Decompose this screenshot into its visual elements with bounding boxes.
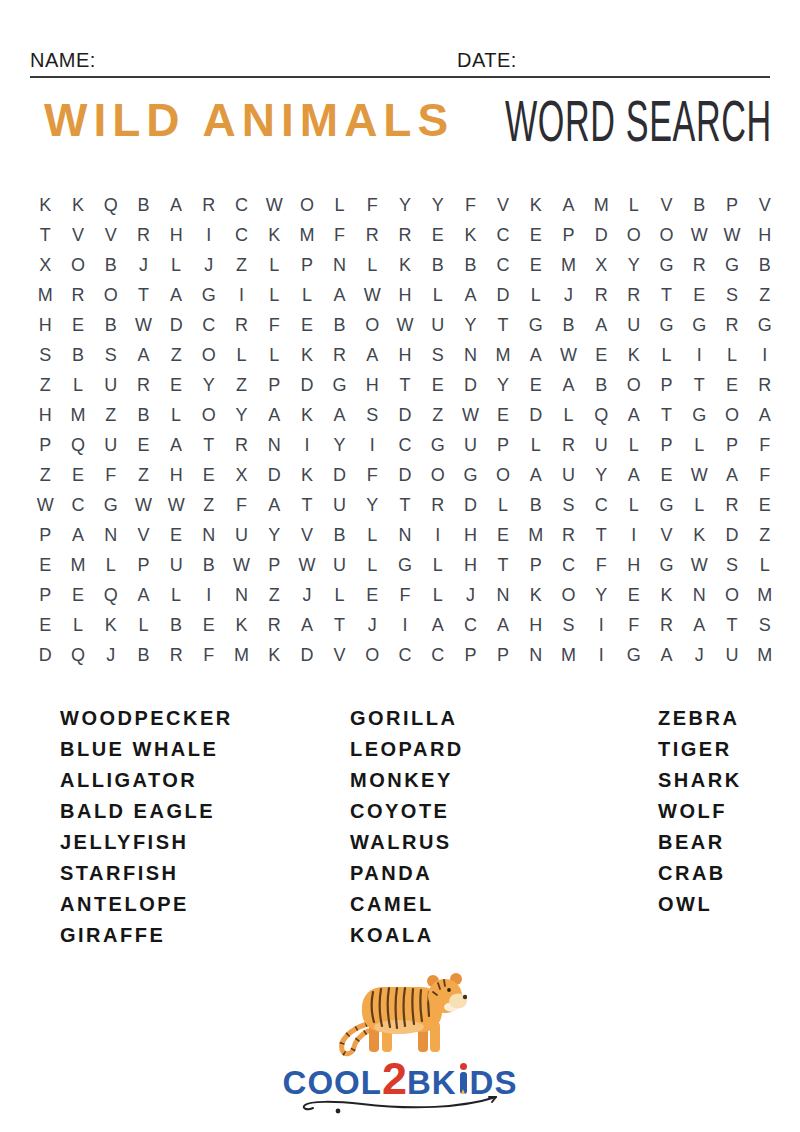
grid-cell-r3c6: J bbox=[192, 250, 225, 280]
grid-cell-r1c5: A bbox=[160, 190, 193, 220]
grid-cell-r15c1: E bbox=[29, 610, 62, 640]
grid-cell-r2c21: W bbox=[683, 220, 716, 250]
grid-cell-r16c15: P bbox=[487, 640, 520, 670]
grid-cell-r7c7: Z bbox=[225, 370, 258, 400]
grid-cell-r7c12: T bbox=[389, 370, 422, 400]
grid-cell-r15c9: A bbox=[291, 610, 324, 640]
word-list-item: BALD EAGLE bbox=[60, 796, 233, 827]
grid-cell-r13c10: U bbox=[323, 550, 356, 580]
grid-cell-r9c21: L bbox=[683, 430, 716, 460]
worksheet-page: NAME: DATE: WILD ANIMALS WORD SEARCH KKQ… bbox=[0, 0, 800, 1132]
grid-cell-r7c21: T bbox=[683, 370, 716, 400]
word-search-grid: KKQBARCWOLFYYFVKAMLVBPVTVVRHICKMFRREKCEP… bbox=[29, 190, 781, 670]
grid-cell-r6c18: E bbox=[585, 340, 618, 370]
grid-cell-r11c14: D bbox=[454, 490, 487, 520]
grid-cell-r4c8: L bbox=[258, 280, 291, 310]
tiger-illustration bbox=[333, 966, 467, 1062]
grid-cell-r6c3: S bbox=[94, 340, 127, 370]
grid-cell-r4c9: L bbox=[291, 280, 324, 310]
word-list-item: CRAB bbox=[658, 858, 742, 889]
grid-cell-r12c4: V bbox=[127, 520, 160, 550]
grid-cell-r7c4: R bbox=[127, 370, 160, 400]
grid-cell-r14c1: P bbox=[29, 580, 62, 610]
word-list-item: PANDA bbox=[350, 858, 464, 889]
grid-cell-r13c6: B bbox=[192, 550, 225, 580]
grid-cell-r10c18: Y bbox=[585, 460, 618, 490]
grid-cell-r10c15: O bbox=[487, 460, 520, 490]
grid-cell-r8c12: D bbox=[389, 400, 422, 430]
grid-cell-r7c3: U bbox=[94, 370, 127, 400]
grid-cell-r8c7: Y bbox=[225, 400, 258, 430]
grid-cell-r5c5: D bbox=[160, 310, 193, 340]
grid-cell-r11c18: C bbox=[585, 490, 618, 520]
grid-cell-r5c4: W bbox=[127, 310, 160, 340]
grid-cell-r12c7: U bbox=[225, 520, 258, 550]
grid-cell-r5c14: Y bbox=[454, 310, 487, 340]
grid-cell-r4c7: I bbox=[225, 280, 258, 310]
grid-cell-r2c7: C bbox=[225, 220, 258, 250]
grid-cell-r11c3: G bbox=[94, 490, 127, 520]
grid-cell-r10c17: U bbox=[552, 460, 585, 490]
grid-cell-r7c11: H bbox=[356, 370, 389, 400]
grid-cell-r7c14: D bbox=[454, 370, 487, 400]
grid-cell-r8c21: G bbox=[683, 400, 716, 430]
grid-cell-r6c12: H bbox=[389, 340, 422, 370]
grid-cell-r13c3: L bbox=[94, 550, 127, 580]
grid-cell-r5c18: A bbox=[585, 310, 618, 340]
grid-cell-r7c22: E bbox=[716, 370, 749, 400]
grid-cell-r5c23: G bbox=[748, 310, 781, 340]
grid-cell-r3c13: B bbox=[421, 250, 454, 280]
grid-cell-r7c18: B bbox=[585, 370, 618, 400]
grid-cell-r2c1: T bbox=[29, 220, 62, 250]
grid-cell-r13c21: W bbox=[683, 550, 716, 580]
grid-cell-r14c23: M bbox=[748, 580, 781, 610]
grid-cell-r3c15: C bbox=[487, 250, 520, 280]
grid-cell-r8c1: H bbox=[29, 400, 62, 430]
grid-cell-r11c10: U bbox=[323, 490, 356, 520]
grid-cell-r6c6: O bbox=[192, 340, 225, 370]
grid-cell-r9c23: F bbox=[748, 430, 781, 460]
grid-cell-r11c1: W bbox=[29, 490, 62, 520]
grid-cell-r2c19: O bbox=[618, 220, 651, 250]
grid-cell-r5c19: U bbox=[618, 310, 651, 340]
word-list-item: BLUE WHALE bbox=[60, 734, 233, 765]
grid-cell-r4c18: R bbox=[585, 280, 618, 310]
grid-cell-r1c14: F bbox=[454, 190, 487, 220]
grid-cell-r6c7: L bbox=[225, 340, 258, 370]
grid-cell-r10c12: D bbox=[389, 460, 422, 490]
grid-cell-r13c17: C bbox=[552, 550, 585, 580]
grid-cell-r6c8: L bbox=[258, 340, 291, 370]
grid-cell-r2c4: R bbox=[127, 220, 160, 250]
grid-cell-r11c12: T bbox=[389, 490, 422, 520]
grid-cell-r12c22: D bbox=[716, 520, 749, 550]
grid-cell-r7c9: D bbox=[291, 370, 324, 400]
grid-cell-r5c22: R bbox=[716, 310, 749, 340]
grid-cell-r3c14: B bbox=[454, 250, 487, 280]
grid-cell-r11c7: F bbox=[225, 490, 258, 520]
grid-cell-r15c11: J bbox=[356, 610, 389, 640]
word-list-item: WOODPECKER bbox=[60, 703, 233, 734]
grid-cell-r2c13: E bbox=[421, 220, 454, 250]
grid-cell-r5c12: W bbox=[389, 310, 422, 340]
grid-cell-r7c20: P bbox=[650, 370, 683, 400]
grid-cell-r5c11: O bbox=[356, 310, 389, 340]
grid-cell-r16c11: O bbox=[356, 640, 389, 670]
grid-cell-r10c19: A bbox=[618, 460, 651, 490]
grid-cell-r14c14: J bbox=[454, 580, 487, 610]
grid-cell-r12c10: B bbox=[323, 520, 356, 550]
grid-cell-r13c12: G bbox=[389, 550, 422, 580]
grid-cell-r5c2: E bbox=[62, 310, 95, 340]
word-list-item: CAMEL bbox=[350, 889, 464, 920]
grid-cell-r3c21: R bbox=[683, 250, 716, 280]
grid-cell-r4c14: A bbox=[454, 280, 487, 310]
word-list-item: LEOPARD bbox=[350, 734, 464, 765]
grid-cell-r15c21: A bbox=[683, 610, 716, 640]
grid-cell-r3c10: N bbox=[323, 250, 356, 280]
grid-cell-r8c6: O bbox=[192, 400, 225, 430]
grid-cell-r3c23: B bbox=[748, 250, 781, 280]
grid-cell-r6c16: A bbox=[519, 340, 552, 370]
grid-cell-r4c5: A bbox=[160, 280, 193, 310]
grid-cell-r12c2: A bbox=[62, 520, 95, 550]
grid-cell-r15c5: B bbox=[160, 610, 193, 640]
grid-cell-r10c8: D bbox=[258, 460, 291, 490]
grid-cell-r6c15: M bbox=[487, 340, 520, 370]
grid-cell-r10c21: W bbox=[683, 460, 716, 490]
grid-cell-r4c21: E bbox=[683, 280, 716, 310]
grid-cell-r15c12: I bbox=[389, 610, 422, 640]
word-list-item: TIGER bbox=[658, 734, 742, 765]
grid-cell-r15c8: R bbox=[258, 610, 291, 640]
grid-cell-r3c19: Y bbox=[618, 250, 651, 280]
grid-cell-r12c21: K bbox=[683, 520, 716, 550]
grid-cell-r8c22: O bbox=[716, 400, 749, 430]
grid-cell-r6c1: S bbox=[29, 340, 62, 370]
grid-cell-r14c17: O bbox=[552, 580, 585, 610]
grid-cell-r13c11: L bbox=[356, 550, 389, 580]
grid-cell-r8c5: L bbox=[160, 400, 193, 430]
grid-cell-r14c6: I bbox=[192, 580, 225, 610]
grid-cell-r12c12: N bbox=[389, 520, 422, 550]
grid-cell-r13c5: U bbox=[160, 550, 193, 580]
grid-cell-r4c20: T bbox=[650, 280, 683, 310]
grid-cell-r4c10: A bbox=[323, 280, 356, 310]
grid-cell-r15c22: T bbox=[716, 610, 749, 640]
grid-cell-r10c14: G bbox=[454, 460, 487, 490]
grid-cell-r8c17: L bbox=[552, 400, 585, 430]
grid-cell-r7c17: A bbox=[552, 370, 585, 400]
grid-cell-r13c9: W bbox=[291, 550, 324, 580]
grid-cell-r4c2: R bbox=[62, 280, 95, 310]
grid-cell-r6c21: I bbox=[683, 340, 716, 370]
grid-cell-r14c16: K bbox=[519, 580, 552, 610]
grid-cell-r12c11: L bbox=[356, 520, 389, 550]
grid-cell-r10c20: E bbox=[650, 460, 683, 490]
grid-cell-r8c19: A bbox=[618, 400, 651, 430]
date-label: DATE: bbox=[457, 49, 517, 72]
grid-cell-r16c19: G bbox=[618, 640, 651, 670]
grid-cell-r13c13: L bbox=[421, 550, 454, 580]
grid-cell-r11c19: L bbox=[618, 490, 651, 520]
grid-cell-r14c2: E bbox=[62, 580, 95, 610]
grid-cell-r9c14: U bbox=[454, 430, 487, 460]
grid-cell-r16c9: D bbox=[291, 640, 324, 670]
grid-cell-r1c11: F bbox=[356, 190, 389, 220]
grid-cell-r13c16: P bbox=[519, 550, 552, 580]
grid-cell-r11c15: L bbox=[487, 490, 520, 520]
grid-cell-r7c8: P bbox=[258, 370, 291, 400]
grid-cell-r2c16: E bbox=[519, 220, 552, 250]
grid-cell-r5c13: U bbox=[421, 310, 454, 340]
grid-cell-r13c23: L bbox=[748, 550, 781, 580]
word-list-item: SHARK bbox=[658, 765, 742, 796]
grid-cell-r8c11: S bbox=[356, 400, 389, 430]
logo-underline-swoosh bbox=[292, 1091, 508, 1115]
grid-cell-r9c4: E bbox=[127, 430, 160, 460]
grid-cell-r15c13: A bbox=[421, 610, 454, 640]
grid-cell-r1c16: K bbox=[519, 190, 552, 220]
grid-cell-r8c15: E bbox=[487, 400, 520, 430]
grid-cell-r8c4: B bbox=[127, 400, 160, 430]
grid-cell-r12c3: N bbox=[94, 520, 127, 550]
grid-cell-r8c23: A bbox=[748, 400, 781, 430]
grid-cell-r9c7: R bbox=[225, 430, 258, 460]
word-list-item: ZEBRA bbox=[658, 703, 742, 734]
grid-cell-r3c8: L bbox=[258, 250, 291, 280]
grid-cell-r16c18: I bbox=[585, 640, 618, 670]
grid-cell-r3c2: O bbox=[62, 250, 95, 280]
grid-cell-r16c17: M bbox=[552, 640, 585, 670]
grid-cell-r9c19: L bbox=[618, 430, 651, 460]
grid-cell-r12c18: T bbox=[585, 520, 618, 550]
grid-cell-r11c20: G bbox=[650, 490, 683, 520]
grid-cell-r6c10: R bbox=[323, 340, 356, 370]
grid-cell-r14c20: K bbox=[650, 580, 683, 610]
grid-cell-r6c22: L bbox=[716, 340, 749, 370]
grid-cell-r11c17: S bbox=[552, 490, 585, 520]
grid-cell-r16c8: K bbox=[258, 640, 291, 670]
grid-cell-r11c2: C bbox=[62, 490, 95, 520]
grid-cell-r2c10: F bbox=[323, 220, 356, 250]
grid-cell-r7c23: R bbox=[748, 370, 781, 400]
grid-cell-r14c13: L bbox=[421, 580, 454, 610]
grid-cell-r11c6: Z bbox=[192, 490, 225, 520]
grid-cell-r2c20: O bbox=[650, 220, 683, 250]
grid-cell-r11c4: W bbox=[127, 490, 160, 520]
grid-cell-r12c9: V bbox=[291, 520, 324, 550]
grid-cell-r8c14: W bbox=[454, 400, 487, 430]
grid-cell-r1c22: P bbox=[716, 190, 749, 220]
grid-cell-r13c7: W bbox=[225, 550, 258, 580]
grid-cell-r16c10: V bbox=[323, 640, 356, 670]
grid-cell-r12c5: E bbox=[160, 520, 193, 550]
grid-cell-r6c13: S bbox=[421, 340, 454, 370]
grid-cell-r6c14: N bbox=[454, 340, 487, 370]
word-list-item: JELLYFISH bbox=[60, 827, 233, 858]
word-list-column-1: WOODPECKERBLUE WHALEALLIGATORBALD EAGLEJ… bbox=[60, 703, 233, 951]
grid-cell-r1c7: C bbox=[225, 190, 258, 220]
grid-cell-r3c16: E bbox=[519, 250, 552, 280]
grid-cell-r15c3: K bbox=[94, 610, 127, 640]
word-list-item: ANTELOPE bbox=[60, 889, 233, 920]
grid-cell-r15c14: C bbox=[454, 610, 487, 640]
grid-cell-r15c6: E bbox=[192, 610, 225, 640]
grid-cell-r14c15: N bbox=[487, 580, 520, 610]
grid-cell-r7c5: E bbox=[160, 370, 193, 400]
grid-cell-r13c15: T bbox=[487, 550, 520, 580]
grid-cell-r11c16: B bbox=[519, 490, 552, 520]
page-subtitle: WORD SEARCH bbox=[505, 88, 772, 154]
grid-cell-r5c17: B bbox=[552, 310, 585, 340]
grid-cell-r12c13: I bbox=[421, 520, 454, 550]
grid-cell-r4c23: Z bbox=[748, 280, 781, 310]
grid-cell-r6c20: L bbox=[650, 340, 683, 370]
grid-cell-r5c9: E bbox=[291, 310, 324, 340]
grid-cell-r12c6: N bbox=[192, 520, 225, 550]
grid-cell-r13c14: H bbox=[454, 550, 487, 580]
grid-cell-r1c13: Y bbox=[421, 190, 454, 220]
grid-cell-r1c15: V bbox=[487, 190, 520, 220]
grid-cell-r11c23: E bbox=[748, 490, 781, 520]
grid-cell-r14c18: Y bbox=[585, 580, 618, 610]
grid-cell-r13c18: F bbox=[585, 550, 618, 580]
word-list-item: GIRAFFE bbox=[60, 920, 233, 951]
grid-cell-r4c1: M bbox=[29, 280, 62, 310]
word-list-column-2: GORILLALEOPARDMONKEYCOYOTEWALRUSPANDACAM… bbox=[350, 703, 464, 951]
grid-cell-r4c3: O bbox=[94, 280, 127, 310]
grid-cell-r1c18: M bbox=[585, 190, 618, 220]
grid-cell-r3c9: P bbox=[291, 250, 324, 280]
grid-cell-r15c18: I bbox=[585, 610, 618, 640]
grid-cell-r10c13: O bbox=[421, 460, 454, 490]
grid-cell-r9c8: N bbox=[258, 430, 291, 460]
grid-cell-r3c20: G bbox=[650, 250, 683, 280]
word-list-item: WOLF bbox=[658, 796, 742, 827]
grid-cell-r6c11: A bbox=[356, 340, 389, 370]
grid-cell-r16c20: A bbox=[650, 640, 683, 670]
grid-cell-r14c22: O bbox=[716, 580, 749, 610]
grid-cell-r5c1: H bbox=[29, 310, 62, 340]
grid-cell-r1c23: V bbox=[748, 190, 781, 220]
grid-cell-r5c21: G bbox=[683, 310, 716, 340]
grid-cell-r10c3: F bbox=[94, 460, 127, 490]
grid-cell-r2c2: V bbox=[62, 220, 95, 250]
grid-cell-r15c16: H bbox=[519, 610, 552, 640]
grid-cell-r12c15: E bbox=[487, 520, 520, 550]
grid-cell-r4c19: R bbox=[618, 280, 651, 310]
grid-cell-r9c15: P bbox=[487, 430, 520, 460]
grid-cell-r6c17: W bbox=[552, 340, 585, 370]
word-list-item: KOALA bbox=[350, 920, 464, 951]
grid-cell-r12c17: R bbox=[552, 520, 585, 550]
grid-cell-r3c18: X bbox=[585, 250, 618, 280]
word-list-item: BEAR bbox=[658, 827, 742, 858]
grid-cell-r13c19: H bbox=[618, 550, 651, 580]
grid-cell-r8c2: M bbox=[62, 400, 95, 430]
grid-cell-r5c6: C bbox=[192, 310, 225, 340]
word-list-item: GORILLA bbox=[350, 703, 464, 734]
grid-cell-r1c10: L bbox=[323, 190, 356, 220]
grid-cell-r15c20: R bbox=[650, 610, 683, 640]
grid-cell-r9c6: T bbox=[192, 430, 225, 460]
grid-cell-r13c2: M bbox=[62, 550, 95, 580]
grid-cell-r7c10: G bbox=[323, 370, 356, 400]
grid-cell-r10c11: F bbox=[356, 460, 389, 490]
grid-cell-r7c6: Y bbox=[192, 370, 225, 400]
grid-cell-r1c2: K bbox=[62, 190, 95, 220]
grid-cell-r5c10: B bbox=[323, 310, 356, 340]
grid-cell-r3c7: Z bbox=[225, 250, 258, 280]
grid-cell-r16c14: P bbox=[454, 640, 487, 670]
word-list-item: ALLIGATOR bbox=[60, 765, 233, 796]
grid-cell-r14c7: N bbox=[225, 580, 258, 610]
grid-cell-r2c23: H bbox=[748, 220, 781, 250]
grid-cell-r16c3: J bbox=[94, 640, 127, 670]
grid-cell-r1c21: B bbox=[683, 190, 716, 220]
grid-cell-r4c13: L bbox=[421, 280, 454, 310]
grid-cell-r6c4: A bbox=[127, 340, 160, 370]
grid-cell-r3c11: L bbox=[356, 250, 389, 280]
grid-cell-r16c7: M bbox=[225, 640, 258, 670]
grid-cell-r1c20: V bbox=[650, 190, 683, 220]
grid-cell-r14c21: N bbox=[683, 580, 716, 610]
grid-cell-r4c17: J bbox=[552, 280, 585, 310]
grid-cell-r3c22: G bbox=[716, 250, 749, 280]
grid-cell-r9c9: I bbox=[291, 430, 324, 460]
grid-cell-r12c1: P bbox=[29, 520, 62, 550]
grid-cell-r16c6: F bbox=[192, 640, 225, 670]
grid-cell-r10c6: E bbox=[192, 460, 225, 490]
grid-cell-r1c19: L bbox=[618, 190, 651, 220]
grid-cell-r2c3: V bbox=[94, 220, 127, 250]
grid-cell-r9c3: U bbox=[94, 430, 127, 460]
grid-cell-r9c1: P bbox=[29, 430, 62, 460]
grid-cell-r6c19: K bbox=[618, 340, 651, 370]
grid-cell-r9c2: Q bbox=[62, 430, 95, 460]
grid-cell-r7c15: Y bbox=[487, 370, 520, 400]
grid-cell-r2c17: P bbox=[552, 220, 585, 250]
grid-cell-r16c21: J bbox=[683, 640, 716, 670]
grid-cell-r15c7: K bbox=[225, 610, 258, 640]
grid-cell-r14c10: L bbox=[323, 580, 356, 610]
grid-cell-r1c4: B bbox=[127, 190, 160, 220]
grid-cell-r9c22: P bbox=[716, 430, 749, 460]
grid-cell-r14c19: E bbox=[618, 580, 651, 610]
grid-cell-r4c6: G bbox=[192, 280, 225, 310]
grid-cell-r2c12: R bbox=[389, 220, 422, 250]
grid-cell-r4c16: L bbox=[519, 280, 552, 310]
grid-cell-r15c4: L bbox=[127, 610, 160, 640]
grid-cell-r10c4: Z bbox=[127, 460, 160, 490]
grid-cell-r4c11: W bbox=[356, 280, 389, 310]
grid-cell-r9c20: P bbox=[650, 430, 683, 460]
grid-cell-r14c8: Z bbox=[258, 580, 291, 610]
grid-cell-r6c9: K bbox=[291, 340, 324, 370]
grid-cell-r3c4: J bbox=[127, 250, 160, 280]
grid-cell-r12c19: I bbox=[618, 520, 651, 550]
grid-cell-r4c12: H bbox=[389, 280, 422, 310]
name-date-line bbox=[30, 76, 770, 78]
grid-cell-r13c8: P bbox=[258, 550, 291, 580]
grid-cell-r3c12: K bbox=[389, 250, 422, 280]
grid-cell-r2c11: R bbox=[356, 220, 389, 250]
grid-cell-r1c3: Q bbox=[94, 190, 127, 220]
grid-cell-r2c18: D bbox=[585, 220, 618, 250]
grid-cell-r16c5: R bbox=[160, 640, 193, 670]
